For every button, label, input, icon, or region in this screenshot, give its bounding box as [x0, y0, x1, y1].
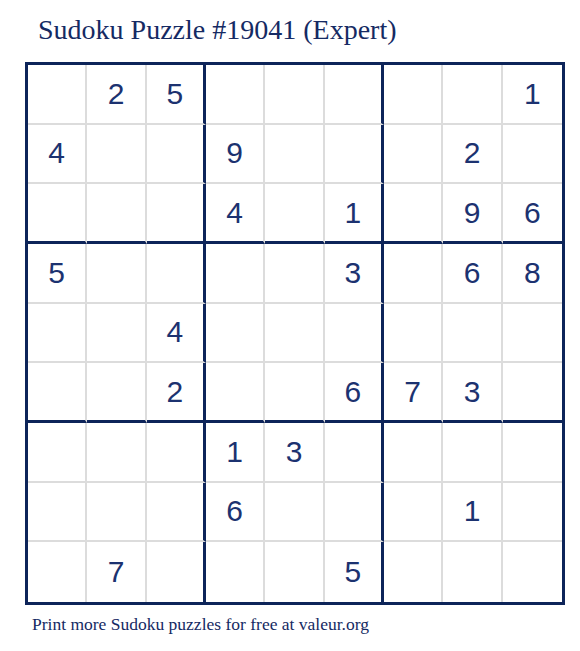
- cell-r3c9: 6: [503, 184, 562, 244]
- cell-r7c4: 1: [206, 423, 265, 483]
- cell-r8c9: [503, 483, 562, 543]
- cell-r8c3: [147, 483, 206, 543]
- cell-r8c5: [265, 483, 324, 543]
- cell-r1c7: [384, 65, 443, 125]
- cell-r3c1: [28, 184, 87, 244]
- cell-r8c8: 1: [443, 483, 502, 543]
- cell-r6c4: [206, 363, 265, 423]
- cell-r7c2: [87, 423, 146, 483]
- cell-r1c4: [206, 65, 265, 125]
- cell-r1c5: [265, 65, 324, 125]
- cell-r6c1: [28, 363, 87, 423]
- cell-r2c9: [503, 125, 562, 185]
- cell-r7c7: [384, 423, 443, 483]
- cell-r3c8: 9: [443, 184, 502, 244]
- cell-r9c1: [28, 542, 87, 602]
- cell-r4c3: [147, 244, 206, 304]
- cell-r6c5: [265, 363, 324, 423]
- cell-r6c3: 2: [147, 363, 206, 423]
- cell-r5c8: [443, 304, 502, 364]
- cell-r5c2: [87, 304, 146, 364]
- cell-r2c6: [325, 125, 384, 185]
- cell-r4c1: 5: [28, 244, 87, 304]
- cell-r6c8: 3: [443, 363, 502, 423]
- cell-r5c1: [28, 304, 87, 364]
- sudoku-board: 2514924196536842673136175: [25, 62, 565, 605]
- cell-r4c9: 8: [503, 244, 562, 304]
- cell-r4c8: 6: [443, 244, 502, 304]
- cell-r1c3: 5: [147, 65, 206, 125]
- cell-r8c1: [28, 483, 87, 543]
- cell-r3c3: [147, 184, 206, 244]
- cell-r3c4: 4: [206, 184, 265, 244]
- cell-r2c2: [87, 125, 146, 185]
- cell-r9c7: [384, 542, 443, 602]
- cell-r4c6: 3: [325, 244, 384, 304]
- cell-r9c9: [503, 542, 562, 602]
- cell-r2c8: 2: [443, 125, 502, 185]
- footer-text: Print more Sudoku puzzles for free at va…: [32, 614, 369, 635]
- cell-r7c8: [443, 423, 502, 483]
- cell-r1c8: [443, 65, 502, 125]
- cell-r2c1: 4: [28, 125, 87, 185]
- cell-r9c8: [443, 542, 502, 602]
- cell-r4c4: [206, 244, 265, 304]
- cell-r6c6: 6: [325, 363, 384, 423]
- cell-r5c4: [206, 304, 265, 364]
- cell-r3c5: [265, 184, 324, 244]
- cell-r3c2: [87, 184, 146, 244]
- cell-r5c5: [265, 304, 324, 364]
- cell-r7c6: [325, 423, 384, 483]
- cell-r5c6: [325, 304, 384, 364]
- cell-r4c5: [265, 244, 324, 304]
- cell-r2c3: [147, 125, 206, 185]
- cell-r2c4: 9: [206, 125, 265, 185]
- cell-r3c7: [384, 184, 443, 244]
- cell-r5c7: [384, 304, 443, 364]
- cell-r8c7: [384, 483, 443, 543]
- cell-r5c9: [503, 304, 562, 364]
- cell-r6c2: [87, 363, 146, 423]
- page-title: Sudoku Puzzle #19041 (Expert): [38, 14, 397, 46]
- cell-r7c1: [28, 423, 87, 483]
- cell-r7c5: 3: [265, 423, 324, 483]
- cell-r7c9: [503, 423, 562, 483]
- cell-r6c7: 7: [384, 363, 443, 423]
- cell-r6c9: [503, 363, 562, 423]
- cell-r9c6: 5: [325, 542, 384, 602]
- cell-r2c5: [265, 125, 324, 185]
- cell-r1c1: [28, 65, 87, 125]
- cell-r3c6: 1: [325, 184, 384, 244]
- cell-r1c2: 2: [87, 65, 146, 125]
- cell-r8c2: [87, 483, 146, 543]
- cell-r9c4: [206, 542, 265, 602]
- cell-r5c3: 4: [147, 304, 206, 364]
- cell-r9c3: [147, 542, 206, 602]
- cell-r2c7: [384, 125, 443, 185]
- cell-r9c5: [265, 542, 324, 602]
- cell-r9c2: 7: [87, 542, 146, 602]
- cell-r4c2: [87, 244, 146, 304]
- cell-r7c3: [147, 423, 206, 483]
- cell-r8c6: [325, 483, 384, 543]
- cell-r1c9: 1: [503, 65, 562, 125]
- cell-r4c7: [384, 244, 443, 304]
- cell-r8c4: 6: [206, 483, 265, 543]
- cell-r1c6: [325, 65, 384, 125]
